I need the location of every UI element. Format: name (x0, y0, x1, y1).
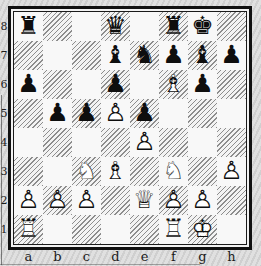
square-a8: ♜ (14, 12, 43, 41)
chess-board: ♜♛♜♚♝♞♟♝♟♟♟♝♗♟♟♟♟♙♟♟♙♞♘♝♗♞♘♟♙♟♙♟♙♟♙♛♕♟♙♟… (13, 11, 247, 245)
square-h3: ♟♙ (217, 157, 246, 186)
square-a3 (14, 157, 43, 186)
white-pawn: ♙ (14, 186, 43, 215)
file-label-g: g (188, 249, 217, 265)
square-c7 (72, 41, 101, 70)
square-h1 (217, 215, 246, 244)
square-h5 (217, 99, 246, 128)
square-h6 (217, 70, 246, 99)
black-pawn: ♟ (43, 99, 72, 128)
white-queen: ♕ (130, 186, 159, 215)
file-label-e: e (130, 249, 159, 265)
white-pawn: ♙ (159, 186, 188, 215)
white-knight: ♘ (159, 157, 188, 186)
square-h7: ♟ (217, 41, 246, 70)
square-g4 (188, 128, 217, 157)
white-pawn: ♙ (72, 186, 101, 215)
black-pawn: ♟ (14, 70, 43, 99)
square-d2 (101, 186, 130, 215)
square-e6 (130, 70, 159, 99)
black-pawn: ♟ (72, 99, 101, 128)
white-king: ♔ (188, 215, 217, 244)
white-bishop: ♗ (159, 70, 188, 99)
square-b7 (43, 41, 72, 70)
square-e2: ♛♕ (130, 186, 159, 215)
file-label-b: b (43, 249, 72, 265)
black-queen: ♛ (101, 12, 130, 41)
black-pawn: ♟ (217, 41, 246, 70)
square-a5 (14, 99, 43, 128)
white-rook: ♖ (14, 215, 43, 244)
square-d1 (101, 215, 130, 244)
file-label-c: c (72, 249, 101, 265)
square-b1 (43, 215, 72, 244)
square-a7 (14, 41, 43, 70)
square-d5: ♟♙ (101, 99, 130, 128)
square-c2: ♟♙ (72, 186, 101, 215)
white-pawn: ♙ (217, 157, 246, 186)
square-c1 (72, 215, 101, 244)
square-d4 (101, 128, 130, 157)
square-f4 (159, 128, 188, 157)
square-g2: ♟♙ (188, 186, 217, 215)
square-b5: ♟ (43, 99, 72, 128)
square-e7: ♞ (130, 41, 159, 70)
file-labels: abcdefgh (14, 249, 246, 265)
white-pawn: ♙ (130, 128, 159, 157)
square-c3: ♞♘ (72, 157, 101, 186)
file-label-d: d (101, 249, 130, 265)
square-b8 (43, 12, 72, 41)
white-knight: ♘ (72, 157, 101, 186)
square-d7: ♝ (101, 41, 130, 70)
square-e1 (130, 215, 159, 244)
rank-label-8: 8 (0, 12, 8, 41)
white-pawn: ♙ (188, 186, 217, 215)
square-f5 (159, 99, 188, 128)
square-b4 (43, 128, 72, 157)
square-b3 (43, 157, 72, 186)
black-bishop: ♝ (101, 41, 130, 70)
square-b2: ♟♙ (43, 186, 72, 215)
black-pawn: ♟ (188, 70, 217, 99)
square-a2: ♟♙ (14, 186, 43, 215)
square-f1: ♜♖ (159, 215, 188, 244)
square-e5: ♟ (130, 99, 159, 128)
rank-label-7: 7 (0, 41, 8, 70)
square-c4 (72, 128, 101, 157)
black-king: ♚ (188, 12, 217, 41)
square-a6: ♟ (14, 70, 43, 99)
white-rook: ♖ (159, 215, 188, 244)
square-f8: ♜ (159, 12, 188, 41)
black-pawn: ♟ (130, 99, 159, 128)
square-h8 (217, 12, 246, 41)
scan-artifact-bottom-edge (0, 264, 200, 265)
square-f7: ♟ (159, 41, 188, 70)
square-g7: ♝ (188, 41, 217, 70)
square-g5 (188, 99, 217, 128)
black-bishop: ♝ (188, 41, 217, 70)
white-bishop: ♗ (101, 157, 130, 186)
black-rook: ♜ (159, 12, 188, 41)
square-g6: ♟ (188, 70, 217, 99)
square-f3: ♞♘ (159, 157, 188, 186)
square-e3 (130, 157, 159, 186)
square-h2 (217, 186, 246, 215)
square-e8 (130, 12, 159, 41)
square-f2: ♟♙ (159, 186, 188, 215)
square-e4: ♟♙ (130, 128, 159, 157)
chess-board-frame: ♜♛♜♚♝♞♟♝♟♟♟♝♗♟♟♟♟♙♟♟♙♞♘♝♗♞♘♟♙♟♙♟♙♟♙♛♕♟♙♟… (8, 6, 252, 250)
square-d6: ♟ (101, 70, 130, 99)
square-b6 (43, 70, 72, 99)
square-f6: ♝♗ (159, 70, 188, 99)
file-label-h: h (217, 249, 246, 265)
black-pawn: ♟ (159, 41, 188, 70)
scanned-diagram-background: 87654321 ♜♛♜♚♝♞♟♝♟♟♟♝♗♟♟♟♟♙♟♟♙♞♘♝♗♞♘♟♙♟♙… (0, 0, 261, 266)
square-d8: ♛ (101, 12, 130, 41)
scan-artifact-left-edge (1, 95, 2, 265)
file-label-a: a (14, 249, 43, 265)
square-a4 (14, 128, 43, 157)
square-g3 (188, 157, 217, 186)
white-pawn: ♙ (101, 99, 130, 128)
square-g8: ♚ (188, 12, 217, 41)
square-c5: ♟ (72, 99, 101, 128)
file-label-f: f (159, 249, 188, 265)
square-c8 (72, 12, 101, 41)
square-c6 (72, 70, 101, 99)
white-pawn: ♙ (43, 186, 72, 215)
square-g1: ♚♔ (188, 215, 217, 244)
square-h4 (217, 128, 246, 157)
black-pawn: ♟ (101, 70, 130, 99)
square-d3: ♝♗ (101, 157, 130, 186)
square-a1: ♜♖ (14, 215, 43, 244)
black-rook: ♜ (14, 12, 43, 41)
black-knight: ♞ (130, 41, 159, 70)
